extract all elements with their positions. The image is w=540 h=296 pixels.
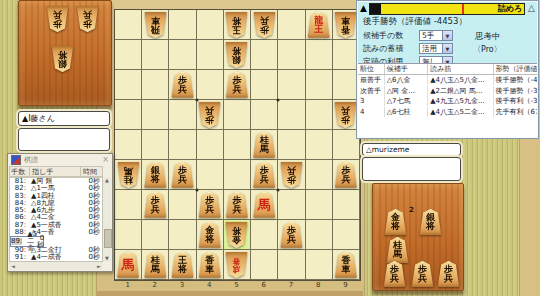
square-6-8[interactable] (251, 40, 278, 70)
piece-wrap-5二[interactable]: 金将 (225, 222, 248, 248)
square-7-6[interactable] (278, 100, 305, 130)
square-3-3[interactable] (169, 190, 196, 220)
file-label: 3 (168, 281, 195, 289)
evaluation-text: 後手勝勢（評価値 -4453） (363, 16, 467, 28)
piece-wrap-6五[interactable]: 桂馬 (253, 132, 276, 158)
candidate-header-cell: 候補手 (384, 64, 428, 74)
piece-kanji: 車 (205, 265, 214, 274)
setting-dropdown[interactable]: 5手▼ (419, 30, 453, 41)
kifu-horizontal-scrollbar[interactable]: ◄ ► (9, 261, 103, 270)
square-4-9[interactable] (197, 10, 224, 40)
square-7-1[interactable] (278, 250, 305, 280)
shogi-piece-歩兵[interactable]: 歩兵 (280, 222, 303, 248)
shogi-piece-歩兵[interactable]: 歩兵 (171, 72, 194, 98)
piece-wrap-9九[interactable]: 香車 (334, 12, 357, 38)
square-8-9[interactable]: 龍王 (306, 10, 333, 40)
candidate-cell: 先手有利（679） (493, 107, 538, 117)
square-8-8[interactable] (306, 40, 333, 70)
shogi-piece-龍王[interactable]: 龍王 (307, 12, 330, 38)
square-1-2[interactable] (115, 220, 142, 250)
square-2-2[interactable] (142, 220, 169, 250)
square-1-7[interactable] (115, 70, 142, 100)
dropdown-arrow-icon[interactable]: ▼ (442, 31, 452, 40)
mate-threat-label: 詰めろ (498, 4, 522, 14)
square-1-8[interactable] (115, 40, 142, 70)
piece-kanji: 兵 (287, 166, 296, 175)
shogi-piece-銀将[interactable]: 銀将 (225, 42, 248, 68)
square-2-5[interactable] (142, 130, 169, 160)
square-6-5[interactable]: 桂馬 (251, 130, 278, 160)
hoshi-dot (195, 189, 198, 192)
piece-wrap-8九[interactable]: 龍王 (307, 12, 330, 38)
square-7-2[interactable]: 歩兵 (278, 220, 305, 250)
piece-kanji: 兵 (205, 106, 214, 115)
square-6-1[interactable] (251, 250, 278, 280)
file-label: 5 (223, 281, 250, 289)
square-5-9[interactable]: 玉将 (224, 10, 251, 40)
kifu-vertical-scrollbar[interactable]: ▲ ▼ (102, 177, 111, 262)
piece-kanji: 兵 (232, 85, 241, 94)
candidate-cell: 次善手 (358, 86, 384, 96)
candidate-cell: △6八金 (384, 75, 428, 85)
gote-nameplate: △murizeme (362, 143, 461, 156)
shogi-piece-馬[interactable]: 馬 (117, 252, 140, 278)
piece-kanji: 王 (314, 25, 323, 34)
piece-wrap-4一[interactable]: 香車 (198, 252, 221, 278)
square-1-1[interactable]: 馬 (115, 250, 142, 280)
square-2-4[interactable]: 銀将 (142, 160, 169, 190)
square-8-5[interactable] (306, 130, 333, 160)
piece-kanji: 兵 (83, 10, 92, 19)
square-5-8[interactable]: 銀将 (224, 40, 251, 70)
candidate-header-cell: 順位 (358, 64, 384, 74)
candidate-row-1[interactable]: 最善手△6八金▲4八玉△5八金...後手勝勢（-4453） (358, 75, 537, 86)
piece-kanji: 兵 (418, 274, 427, 283)
shogi-piece-飛車[interactable]: 飛車 (144, 12, 167, 38)
engine-level: 〈Pro〉 (473, 44, 502, 55)
sente-mark: ▲ (360, 4, 367, 13)
piece-kanji: 兵 (390, 274, 399, 283)
piece-kanji: 将 (232, 46, 241, 55)
shogi-piece-歩兵[interactable]: 歩兵 (253, 162, 276, 188)
piece-wrap-hand[interactable]: 銀将 (419, 209, 442, 235)
shogi-piece-香車[interactable]: 香車 (198, 252, 221, 278)
square-4-2[interactable]: 金将 (197, 220, 224, 250)
square-2-7[interactable] (142, 70, 169, 100)
square-4-5[interactable] (197, 130, 224, 160)
candidate-header-cell: 形勢（評価値） (493, 64, 538, 74)
piece-kanji: 将 (426, 222, 435, 231)
piece-kanji: 将 (58, 50, 67, 59)
piece-wrap-3四[interactable]: 歩兵 (171, 162, 194, 188)
shogi-piece-歩兵[interactable]: 歩兵 (46, 6, 69, 32)
candidate-cell: △同 金... (384, 86, 428, 96)
kifu-col-moveno: 手数 (10, 167, 30, 177)
square-5-7[interactable]: 歩兵 (224, 70, 251, 100)
candidate-cell: 最善手 (358, 75, 384, 85)
square-7-7[interactable] (278, 70, 305, 100)
shogi-piece-歩兵[interactable]: 歩兵 (383, 261, 406, 287)
piece-kanji: 歩 (53, 19, 62, 28)
file-label: 1 (114, 281, 141, 289)
candidate-cell: 後手勝勢（-3690） (493, 86, 538, 96)
evaluation-bar-row: ▲ 詰めろ △ (360, 3, 535, 14)
square-1-4[interactable]: 桂馬 (115, 160, 142, 190)
sente-nameplate: ▲I藤さん (18, 111, 110, 126)
piece-wrap-2三[interactable]: 歩兵 (144, 192, 167, 218)
sente-eval-segment (370, 4, 381, 14)
shogi-piece-歩兵[interactable]: 歩兵 (76, 6, 99, 32)
shogi-piece-桂馬[interactable]: 桂馬 (253, 132, 276, 158)
piece-kanji: 車 (341, 16, 350, 25)
kifu-window[interactable]: 棋譜 × 手数 指し手 時間 81:▲同 銀0秒82:△1一馬0秒83:▲1四桂… (7, 153, 113, 272)
square-3-2[interactable] (169, 220, 196, 250)
piece-wrap-hand[interactable]: 金将 (384, 209, 407, 235)
candidate-row-3[interactable]: 3△7七馬▲4九玉△5九金...後手有利（-301） (358, 96, 537, 107)
piece-wrap-5一[interactable]: 成香 (225, 252, 248, 278)
square-5-4[interactable] (224, 160, 251, 190)
piece-wrap-hand[interactable]: 歩兵 (76, 6, 99, 32)
square-3-1[interactable]: 王将 (169, 250, 196, 280)
piece-kanji: 香 (233, 257, 241, 265)
shogi-piece-歩兵[interactable]: 歩兵 (411, 261, 434, 287)
file-label: 8 (305, 281, 332, 289)
square-3-8[interactable] (169, 40, 196, 70)
candidate-moves-table[interactable]: 順位候補手読み筋形勢（評価値）最善手△6八金▲4八玉△5八金...後手勝勢（-4… (358, 63, 537, 137)
shogi-piece-金将[interactable]: 金将 (225, 222, 248, 248)
file-label: 6 (250, 281, 277, 289)
piece-wrap-1四[interactable]: 桂馬 (117, 162, 140, 188)
piece-wrap-5三[interactable]: 歩兵 (225, 192, 248, 218)
shogi-board[interactable]: 飛車玉将歩兵龍王香車銀将歩兵歩兵歩兵歩兵桂馬桂馬銀将歩兵歩兵歩兵歩兵歩兵歩兵歩兵… (114, 9, 361, 281)
piece-kanji: 将 (205, 235, 214, 244)
piece-wrap-4六[interactable]: 歩兵 (198, 102, 221, 128)
square-2-8[interactable] (142, 40, 169, 70)
piece-kanji: 兵 (178, 175, 187, 184)
shogi-piece-金将[interactable]: 金将 (198, 222, 221, 248)
candidate-cell: ▲4八玉△5二金... (427, 107, 492, 117)
piece-wrap-hand[interactable]: 歩兵 (383, 261, 406, 287)
setting-row-0: 候補手の数5手▼ (363, 29, 453, 42)
candidate-cell: △6七桂 (384, 107, 428, 117)
hoshi-dot (195, 99, 198, 102)
square-8-7[interactable] (306, 70, 333, 100)
setting-value: 5手 (420, 31, 442, 41)
square-7-3[interactable] (278, 190, 305, 220)
square-6-6[interactable] (251, 100, 278, 130)
candidate-cell: 後手勝勢（-4453） (493, 75, 538, 85)
piece-kanji: 将 (232, 226, 241, 235)
gote-hand-stand[interactable]: 金将2銀将桂馬歩兵歩兵歩兵 (372, 183, 464, 291)
piece-wrap-1一[interactable]: 馬 (117, 252, 140, 278)
piece-kanji: 将 (232, 16, 241, 25)
shogi-piece-玉将[interactable]: 玉将 (225, 12, 248, 38)
square-3-6[interactable] (169, 100, 196, 130)
gote-mark: △ (528, 4, 535, 13)
square-5-1[interactable]: 成香 (224, 250, 251, 280)
candidate-row-4[interactable]: 4△6七桂▲4八玉△5二金...先手有利（679） (358, 107, 537, 118)
square-8-2[interactable] (306, 220, 333, 250)
piece-kanji: 兵 (53, 10, 62, 19)
kifu-move-time: 0秒 (80, 229, 102, 236)
shogi-app-window: 飛車玉将歩兵龍王香車銀将歩兵歩兵歩兵歩兵桂馬桂馬銀将歩兵歩兵歩兵歩兵歩兵歩兵歩兵… (0, 0, 540, 296)
square-3-9[interactable] (169, 10, 196, 40)
square-5-5[interactable] (224, 130, 251, 160)
kifu-window-title: 棋譜 (24, 155, 102, 165)
square-1-9[interactable] (115, 10, 142, 40)
kifu-col-move: 指し手 (30, 167, 81, 177)
square-5-3[interactable]: 歩兵 (224, 190, 251, 220)
shogi-piece-桂馬[interactable]: 桂馬 (144, 252, 167, 278)
piece-kanji: 馬 (151, 265, 160, 274)
shogi-piece-香車[interactable]: 香車 (334, 252, 357, 278)
piece-wrap-2四[interactable]: 銀将 (144, 162, 167, 188)
hoshi-dot (277, 189, 280, 192)
kifu-col-time: 時間 (81, 167, 102, 177)
scroll-right-icon[interactable]: ► (95, 262, 103, 270)
piece-wrap-hand[interactable]: 歩兵 (46, 6, 69, 32)
kifu-move-number: 89: (11, 238, 22, 245)
piece-wrap-hand[interactable]: 桂馬 (386, 237, 409, 263)
sente-comment-box (18, 128, 110, 151)
file-label: 7 (277, 281, 304, 289)
shogi-piece-歩兵[interactable]: 歩兵 (253, 12, 276, 38)
piece-kanji: 車 (151, 16, 160, 25)
square-3-4[interactable]: 歩兵 (169, 160, 196, 190)
square-9-2[interactable] (333, 220, 360, 250)
piece-kanji: 馬 (260, 145, 269, 154)
candidate-row-2[interactable]: 次善手△同 金...▲2二銀△同 馬...後手勝勢（-3690） (358, 86, 537, 97)
piece-kanji: 兵 (341, 175, 350, 184)
setting-row-1: 読みの蓄積活用▼ (363, 42, 453, 55)
piece-kanji: 兵 (444, 274, 453, 283)
hoshi-dot (277, 99, 280, 102)
close-icon[interactable]: × (102, 156, 109, 164)
square-6-3[interactable]: 馬 (251, 190, 278, 220)
square-8-1[interactable] (306, 250, 333, 280)
piece-wrap-4二[interactable]: 金将 (198, 222, 221, 248)
shogi-piece-銀将[interactable]: 銀将 (51, 46, 74, 72)
square-9-3[interactable] (333, 190, 360, 220)
candidate-cell: 後手有利（-301） (493, 96, 538, 106)
piece-kanji: 兵 (178, 85, 187, 94)
piece-kanji: 兵 (341, 106, 350, 115)
square-3-7[interactable]: 歩兵 (169, 70, 196, 100)
square-8-3[interactable] (306, 190, 333, 220)
shogi-piece-王将[interactable]: 王将 (171, 252, 194, 278)
sente-hand-stand[interactable]: 歩兵歩兵銀将 (18, 0, 112, 106)
thinking-status: 思考中 (475, 31, 501, 43)
piece-kanji: 兵 (205, 205, 214, 214)
shogi-piece-歩兵[interactable]: 歩兵 (334, 162, 357, 188)
shogi-piece-歩兵[interactable]: 歩兵 (225, 192, 248, 218)
piece-wrap-9四[interactable]: 歩兵 (334, 162, 357, 188)
piece-kanji: 馬 (124, 166, 133, 175)
dropdown-arrow-icon[interactable]: ▼ (442, 44, 452, 53)
setting-dropdown[interactable]: 活用▼ (419, 43, 453, 54)
shogi-piece-歩兵[interactable]: 歩兵 (225, 72, 248, 98)
piece-wrap-hand[interactable]: 銀将 (51, 46, 74, 72)
square-7-5[interactable] (278, 130, 305, 160)
piece-kanji: 馬 (258, 198, 271, 211)
square-7-9[interactable] (278, 10, 305, 40)
shogi-piece-銀将[interactable]: 銀将 (419, 209, 442, 235)
square-9-4[interactable]: 歩兵 (333, 160, 360, 190)
piece-wrap-5七[interactable]: 歩兵 (225, 72, 248, 98)
file-labels: 123456789 (114, 281, 359, 289)
gote-comment-box (362, 157, 461, 181)
setting-label: 読みの蓄積 (363, 43, 419, 54)
square-9-1[interactable]: 香車 (333, 250, 360, 280)
candidate-cell: 3 (358, 97, 384, 105)
piece-wrap-6三[interactable]: 馬 (253, 192, 276, 218)
analysis-panel: ▲ 詰めろ △ 後手勝勢（評価値 -4453） 候補手の数5手▼読みの蓄積活用▼… (356, 0, 539, 139)
square-2-3[interactable]: 歩兵 (142, 190, 169, 220)
piece-wrap-4三[interactable]: 歩兵 (198, 192, 221, 218)
piece-wrap-6九[interactable]: 歩兵 (253, 12, 276, 38)
square-6-9[interactable]: 歩兵 (251, 10, 278, 40)
candidate-header-cell: 読み筋 (427, 64, 492, 74)
piece-wrap-7四[interactable]: 歩兵 (280, 162, 303, 188)
kifu-window-icon (11, 155, 21, 165)
candidate-cell: 4 (358, 108, 384, 116)
shogi-piece-香車[interactable]: 香車 (334, 12, 357, 38)
square-2-9[interactable]: 飛車 (142, 10, 169, 40)
setting-label: 候補手の数 (363, 30, 419, 41)
piece-kanji: 馬 (393, 250, 402, 259)
piece-wrap-hand[interactable]: 歩兵 (411, 261, 434, 287)
piece-kanji: 将 (391, 222, 400, 231)
square-7-8[interactable] (278, 40, 305, 70)
shogi-piece-歩兵[interactable]: 歩兵 (171, 162, 194, 188)
square-6-2[interactable] (251, 220, 278, 250)
shogi-piece-歩兵[interactable]: 歩兵 (334, 102, 357, 128)
candidate-cell: ▲4八玉△5八金... (427, 75, 492, 85)
scrollbar-thumb[interactable] (104, 229, 112, 248)
piece-kanji: 兵 (260, 175, 269, 184)
shogi-piece-歩兵[interactable]: 歩兵 (198, 102, 221, 128)
piece-kanji: 将 (178, 265, 187, 274)
shogi-piece-歩兵[interactable]: 歩兵 (198, 192, 221, 218)
shogi-piece-歩兵[interactable]: 歩兵 (280, 162, 303, 188)
file-label: 4 (196, 281, 223, 289)
square-5-2[interactable]: 金将 (224, 220, 251, 250)
piece-wrap-2九[interactable]: 飛車 (144, 12, 167, 38)
square-5-6[interactable] (224, 100, 251, 130)
shogi-piece-歩兵[interactable]: 歩兵 (437, 261, 460, 287)
piece-wrap-hand[interactable]: 歩兵 (437, 261, 460, 287)
shogi-piece-桂馬[interactable]: 桂馬 (386, 237, 409, 263)
piece-wrap-9六[interactable]: 歩兵 (334, 102, 357, 128)
piece-wrap-2一[interactable]: 桂馬 (144, 252, 167, 278)
square-1-5[interactable] (115, 130, 142, 160)
square-4-6[interactable]: 歩兵 (197, 100, 224, 130)
piece-kanji: 兵 (287, 235, 296, 244)
piece-wrap-9一[interactable]: 香車 (334, 252, 357, 278)
square-3-5[interactable] (169, 130, 196, 160)
piece-wrap-3七[interactable]: 歩兵 (171, 72, 194, 98)
piece-kanji: 車 (341, 265, 350, 274)
scroll-left-icon[interactable]: ◄ (9, 262, 17, 270)
piece-kanji: 銀 (58, 59, 67, 68)
piece-wrap-6四[interactable]: 歩兵 (253, 162, 276, 188)
piece-wrap-3一[interactable]: 王将 (171, 252, 194, 278)
piece-kanji: 兵 (151, 205, 160, 214)
gote-name: △murizeme (366, 145, 409, 154)
file-label: 9 (332, 281, 359, 289)
shogi-piece-歩兵[interactable]: 歩兵 (144, 192, 167, 218)
kifu-move-list[interactable]: 81:▲同 銀0秒82:△1一馬0秒83:▲1四桂0秒84:△8九龍0秒85:▲… (9, 177, 103, 262)
kifu-titlebar[interactable]: 棋譜 × (8, 154, 112, 166)
shogi-piece-成香[interactable]: 成香 (225, 252, 248, 278)
piece-wrap-5八[interactable]: 銀将 (225, 42, 248, 68)
kifu-column-headers: 手数 指し手 時間 (9, 166, 103, 177)
square-8-6[interactable] (306, 100, 333, 130)
square-2-1[interactable]: 桂馬 (142, 250, 169, 280)
candidate-table-header: 順位候補手読み筋形勢（評価値） (358, 64, 537, 75)
shogi-piece-桂馬[interactable]: 桂馬 (117, 162, 140, 188)
square-4-3[interactable]: 歩兵 (197, 190, 224, 220)
piece-kanji: 馬 (122, 258, 135, 271)
hand-piece-count: 2 (409, 206, 414, 214)
piece-kanji: 歩 (83, 19, 92, 28)
piece-wrap-5九[interactable]: 玉将 (225, 12, 248, 38)
scroll-down-icon[interactable]: ▼ (103, 255, 111, 262)
shogi-piece-馬[interactable]: 馬 (253, 192, 276, 218)
scroll-up-icon[interactable]: ▲ (103, 177, 111, 184)
square-6-7[interactable] (251, 70, 278, 100)
sente-name: ▲I藤さん (22, 113, 55, 124)
candidate-cell: △7七馬 (384, 96, 428, 106)
eval-center-tick (462, 4, 464, 14)
table-edge (96, 291, 363, 296)
square-7-4[interactable]: 歩兵 (278, 160, 305, 190)
square-4-8[interactable] (197, 40, 224, 70)
file-label: 2 (141, 281, 168, 289)
evaluation-bar: 詰めろ (369, 3, 525, 15)
setting-value: 活用 (420, 44, 442, 54)
piece-kanji: 兵 (232, 205, 241, 214)
piece-kanji: 兵 (260, 16, 269, 25)
shogi-piece-銀将[interactable]: 銀将 (144, 162, 167, 188)
candidate-cell: ▲4九玉△5九金... (427, 96, 492, 106)
square-4-7[interactable] (197, 70, 224, 100)
square-4-1[interactable]: 香車 (197, 250, 224, 280)
square-6-4[interactable]: 歩兵 (251, 160, 278, 190)
square-8-4[interactable] (306, 160, 333, 190)
square-1-3[interactable] (115, 190, 142, 220)
piece-kanji: 将 (151, 175, 160, 184)
piece-wrap-7二[interactable]: 歩兵 (280, 222, 303, 248)
square-1-6[interactable] (115, 100, 142, 130)
shogi-piece-金将[interactable]: 金将 (384, 209, 407, 235)
square-4-4[interactable] (197, 160, 224, 190)
square-2-6[interactable] (142, 100, 169, 130)
candidate-cell: ▲2二銀△同 馬... (427, 86, 492, 96)
